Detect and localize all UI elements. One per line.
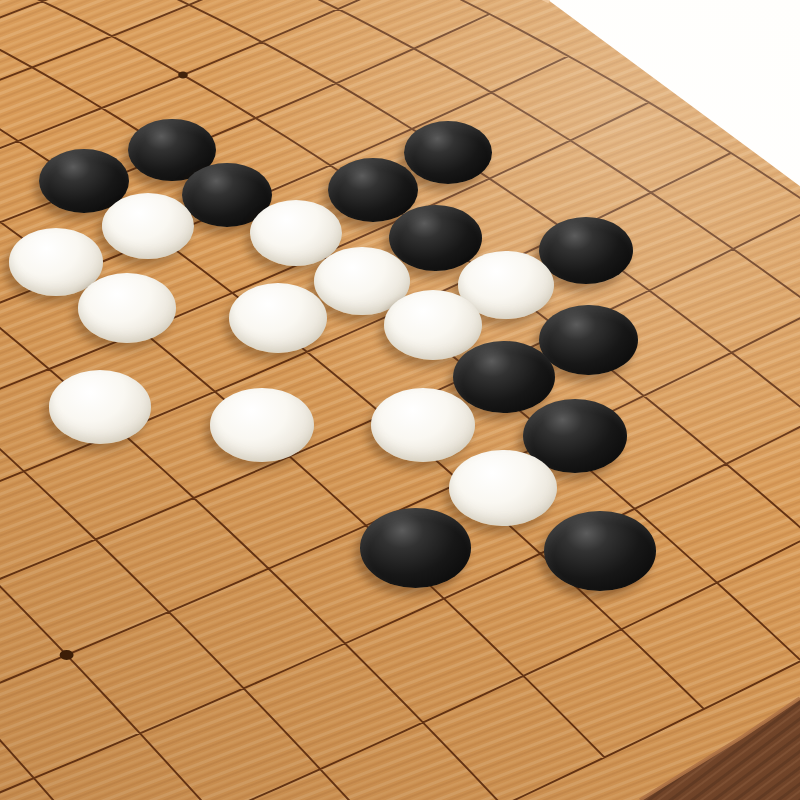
go-board-photo-scene	[0, 0, 800, 800]
board-svg	[0, 0, 800, 800]
star-point	[178, 72, 188, 79]
star-point	[60, 650, 74, 660]
